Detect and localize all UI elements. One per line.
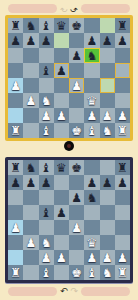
- piece-white-pawn: ♟: [25, 95, 36, 107]
- piece-white-pawn: ♟: [117, 110, 128, 122]
- square-f8[interactable]: [84, 18, 99, 33]
- piece-black-pawn: ♟: [41, 177, 52, 189]
- piece-black-queen: ♛: [56, 162, 67, 174]
- top-bar-left-pill-button[interactable]: [8, 4, 57, 13]
- piece-black-bishop: ♝: [41, 20, 52, 32]
- square-g6[interactable]: [100, 190, 115, 205]
- square-e3[interactable]: [69, 235, 84, 250]
- square-g3[interactable]: [100, 93, 115, 108]
- piece-white-pawn: ♟: [41, 252, 52, 264]
- square-e8[interactable]: ♚: [69, 160, 84, 175]
- square-h7[interactable]: ♟: [115, 33, 130, 48]
- square-g1[interactable]: ♞: [100, 123, 115, 138]
- square-d8[interactable]: ♛: [54, 160, 69, 175]
- turn-indicator[interactable]: [64, 141, 74, 151]
- piece-white-pawn: ♟: [56, 110, 67, 122]
- piece-white-king: ♚: [71, 267, 82, 279]
- square-b3[interactable]: ♟: [23, 235, 38, 250]
- piece-white-pawn: ♟: [10, 222, 21, 234]
- square-f6[interactable]: ♞: [84, 190, 99, 205]
- piece-black-knight: ♞: [25, 162, 36, 174]
- square-d5[interactable]: ♟: [54, 63, 69, 78]
- piece-black-bishop: ♝: [41, 65, 52, 77]
- piece-white-pawn: ♟: [102, 110, 113, 122]
- square-a7[interactable]: ♟: [8, 33, 23, 48]
- square-h7[interactable]: ♟: [115, 175, 130, 190]
- square-h2[interactable]: ♟: [115, 250, 130, 265]
- piece-black-pawn: ♟: [25, 35, 36, 47]
- square-h4[interactable]: [115, 220, 130, 235]
- piece-black-rook: ♜: [10, 20, 21, 32]
- top-board: ♜♞♝♛♚♜♟♟♟♟♟♟♟♞♝♟♟♟♟♞♛♟♟♟♟♟♜♝♚♝♞♜: [8, 18, 130, 138]
- bottom-board-frame: ♜♞♝♛♚♜♟♟♟♟♟♟♟♞♝♟♟♟♟♞♛♟♟♟♟♟♜♝♚♝♞♜: [5, 157, 133, 283]
- square-f4[interactable]: [84, 78, 99, 93]
- square-d4[interactable]: [54, 78, 69, 93]
- square-b6[interactable]: [23, 48, 38, 63]
- piece-black-pawn: ♟: [117, 35, 128, 47]
- square-a4[interactable]: ♟: [8, 78, 23, 93]
- piece-white-bishop: ♝: [41, 125, 52, 137]
- piece-white-knight: ♞: [41, 237, 52, 249]
- square-d2[interactable]: ♟: [54, 250, 69, 265]
- piece-black-rook: ♜: [10, 162, 21, 174]
- square-b4[interactable]: [23, 78, 38, 93]
- square-f3[interactable]: ♛: [84, 235, 99, 250]
- square-g8[interactable]: [100, 160, 115, 175]
- square-h5[interactable]: [115, 205, 130, 220]
- piece-black-pawn: ♟: [102, 35, 113, 47]
- piece-black-pawn: ♟: [25, 177, 36, 189]
- chess-app-screen: ↶ ↷ ♜♞♝♛♚♜♟♟♟♟♟♟♟♞♝♟♟♟♟♞♛♟♟♟♟♟♜♝♚♝♞♜ ♜♞♝…: [0, 0, 138, 300]
- square-a8[interactable]: ♜: [8, 18, 23, 33]
- square-d1[interactable]: [54, 123, 69, 138]
- square-c5[interactable]: ♝: [39, 63, 54, 78]
- piece-black-pawn: ♟: [71, 192, 82, 204]
- square-e5[interactable]: [69, 205, 84, 220]
- square-e7[interactable]: [69, 175, 84, 190]
- redo-icon[interactable]: ↷: [60, 4, 68, 13]
- square-a2[interactable]: [8, 250, 23, 265]
- piece-black-knight: ♞: [86, 50, 97, 62]
- piece-white-rook: ♜: [10, 125, 21, 137]
- square-h8[interactable]: ♜: [115, 18, 130, 33]
- square-d4[interactable]: [54, 220, 69, 235]
- square-c4[interactable]: [39, 78, 54, 93]
- square-a3[interactable]: [8, 93, 23, 108]
- top-board-frame: ♜♞♝♛♚♜♟♟♟♟♟♟♟♞♝♟♟♟♟♞♛♟♟♟♟♟♜♝♚♝♞♜: [5, 15, 133, 141]
- piece-white-knight: ♞: [102, 267, 113, 279]
- square-b5[interactable]: [23, 205, 38, 220]
- square-d6[interactable]: [54, 190, 69, 205]
- square-c5[interactable]: ♝: [39, 205, 54, 220]
- square-f7[interactable]: ♟: [84, 175, 99, 190]
- square-e7[interactable]: [69, 33, 84, 48]
- square-g3[interactable]: [100, 235, 115, 250]
- square-c1[interactable]: ♝: [39, 265, 54, 280]
- square-d6[interactable]: [54, 48, 69, 63]
- piece-black-rook: ♜: [117, 20, 128, 32]
- square-h4[interactable]: [115, 78, 130, 93]
- square-c2[interactable]: ♟: [39, 250, 54, 265]
- square-b8[interactable]: ♞: [23, 160, 38, 175]
- square-a2[interactable]: [8, 108, 23, 123]
- square-f3[interactable]: ♛: [84, 93, 99, 108]
- piece-white-bishop: ♝: [41, 267, 52, 279]
- piece-white-knight: ♞: [41, 95, 52, 107]
- redo-icon[interactable]: ↷: [71, 287, 79, 296]
- square-h3[interactable]: [115, 93, 130, 108]
- piece-black-pawn: ♟: [117, 177, 128, 189]
- square-g5[interactable]: [100, 63, 115, 78]
- piece-black-bishop: ♝: [41, 162, 52, 174]
- square-c8[interactable]: ♝: [39, 160, 54, 175]
- piece-white-bishop: ♝: [86, 267, 97, 279]
- piece-white-queen: ♛: [86, 237, 97, 249]
- square-b1[interactable]: [23, 123, 38, 138]
- bottom-board: ♜♞♝♛♚♜♟♟♟♟♟♟♟♞♝♟♟♟♟♞♛♟♟♟♟♟♜♝♚♝♞♜: [8, 160, 130, 280]
- square-c7[interactable]: ♟: [39, 175, 54, 190]
- square-b6[interactable]: [23, 190, 38, 205]
- square-a3[interactable]: [8, 235, 23, 250]
- piece-white-queen: ♛: [86, 95, 97, 107]
- piece-white-rook: ♜: [117, 267, 128, 279]
- square-f2[interactable]: ♟: [84, 108, 99, 123]
- square-g6[interactable]: [100, 48, 115, 63]
- square-a6[interactable]: [8, 190, 23, 205]
- piece-black-pawn: ♟: [56, 65, 67, 77]
- square-g4[interactable]: [100, 78, 115, 93]
- square-f1[interactable]: ♝: [84, 123, 99, 138]
- square-c6[interactable]: [39, 190, 54, 205]
- square-c3[interactable]: ♞: [39, 93, 54, 108]
- square-h6[interactable]: [115, 48, 130, 63]
- square-a4[interactable]: ♟: [8, 220, 23, 235]
- piece-black-pawn: ♟: [56, 207, 67, 219]
- square-e6[interactable]: ♟: [69, 190, 84, 205]
- square-g2[interactable]: ♟: [100, 250, 115, 265]
- square-g7[interactable]: ♟: [100, 33, 115, 48]
- square-e2[interactable]: [69, 250, 84, 265]
- square-b1[interactable]: [23, 265, 38, 280]
- piece-white-pawn: ♟: [71, 222, 82, 234]
- piece-black-knight: ♞: [86, 192, 97, 204]
- square-b4[interactable]: [23, 220, 38, 235]
- piece-black-rook: ♜: [117, 162, 128, 174]
- piece-black-king: ♚: [71, 20, 82, 32]
- square-e1[interactable]: ♚: [69, 123, 84, 138]
- piece-white-pawn: ♟: [102, 252, 113, 264]
- square-g2[interactable]: ♟: [100, 108, 115, 123]
- square-h2[interactable]: ♟: [115, 108, 130, 123]
- square-b2[interactable]: [23, 108, 38, 123]
- square-d7[interactable]: [54, 33, 69, 48]
- square-d2[interactable]: ♟: [54, 108, 69, 123]
- piece-white-knight: ♞: [102, 125, 113, 137]
- square-h6[interactable]: [115, 190, 130, 205]
- piece-white-bishop: ♝: [86, 125, 97, 137]
- square-a6[interactable]: [8, 48, 23, 63]
- square-e5[interactable]: [69, 63, 84, 78]
- square-f4[interactable]: [84, 220, 99, 235]
- bottom-undo-redo-group: ↶ ↷: [57, 286, 81, 297]
- square-d5[interactable]: ♟: [54, 205, 69, 220]
- piece-black-pawn: ♟: [41, 35, 52, 47]
- square-e1[interactable]: ♚: [69, 265, 84, 280]
- square-f2[interactable]: ♟: [84, 250, 99, 265]
- square-b5[interactable]: [23, 63, 38, 78]
- square-e4[interactable]: ♟: [69, 78, 84, 93]
- square-a1[interactable]: ♜: [8, 123, 23, 138]
- square-f6[interactable]: ♞: [84, 48, 99, 63]
- square-d3[interactable]: [54, 93, 69, 108]
- square-h3[interactable]: [115, 235, 130, 250]
- square-d8[interactable]: ♛: [54, 18, 69, 33]
- square-h8[interactable]: ♜: [115, 160, 130, 175]
- piece-black-pawn: ♟: [10, 35, 21, 47]
- square-h1[interactable]: ♜: [115, 123, 130, 138]
- top-bar-right-pill-button[interactable]: [81, 4, 130, 13]
- undo-icon[interactable]: ↶: [71, 4, 79, 13]
- square-c6[interactable]: [39, 48, 54, 63]
- square-a7[interactable]: ♟: [8, 175, 23, 190]
- square-a8[interactable]: ♜: [8, 160, 23, 175]
- top-undo-redo-group: ↶ ↷: [57, 3, 81, 14]
- square-g1[interactable]: ♞: [100, 265, 115, 280]
- square-a5[interactable]: [8, 205, 23, 220]
- square-c4[interactable]: [39, 220, 54, 235]
- square-f8[interactable]: [84, 160, 99, 175]
- piece-white-pawn: ♟: [86, 110, 97, 122]
- piece-black-pawn: ♟: [102, 177, 113, 189]
- piece-black-knight: ♞: [25, 20, 36, 32]
- square-h1[interactable]: ♜: [115, 265, 130, 280]
- piece-black-pawn: ♟: [10, 177, 21, 189]
- piece-white-king: ♚: [71, 125, 82, 137]
- square-h5[interactable]: [115, 63, 130, 78]
- square-f1[interactable]: ♝: [84, 265, 99, 280]
- piece-black-bishop: ♝: [41, 207, 52, 219]
- piece-white-rook: ♜: [10, 267, 21, 279]
- square-f7[interactable]: ♟: [84, 33, 99, 48]
- square-b8[interactable]: ♞: [23, 18, 38, 33]
- piece-white-pawn: ♟: [71, 80, 82, 92]
- square-e3[interactable]: [69, 93, 84, 108]
- square-d7[interactable]: [54, 175, 69, 190]
- piece-white-pawn: ♟: [10, 80, 21, 92]
- undo-icon[interactable]: ↶: [60, 287, 68, 296]
- piece-black-pawn: ♟: [86, 35, 97, 47]
- square-a1[interactable]: ♜: [8, 265, 23, 280]
- square-e8[interactable]: ♚: [69, 18, 84, 33]
- square-c2[interactable]: ♟: [39, 108, 54, 123]
- piece-white-pawn: ♟: [56, 252, 67, 264]
- square-e6[interactable]: ♟: [69, 48, 84, 63]
- square-c3[interactable]: ♞: [39, 235, 54, 250]
- square-b7[interactable]: ♟: [23, 33, 38, 48]
- square-d3[interactable]: [54, 235, 69, 250]
- bottom-bar-right-pill-button[interactable]: [81, 287, 130, 296]
- square-d1[interactable]: [54, 265, 69, 280]
- piece-white-pawn: ♟: [41, 110, 52, 122]
- piece-black-queen: ♛: [56, 20, 67, 32]
- piece-white-pawn: ♟: [86, 252, 97, 264]
- square-g8[interactable]: [100, 18, 115, 33]
- piece-white-rook: ♜: [117, 125, 128, 137]
- piece-black-pawn: ♟: [86, 177, 97, 189]
- square-f5[interactable]: [84, 205, 99, 220]
- square-b2[interactable]: [23, 250, 38, 265]
- square-g4[interactable]: [100, 220, 115, 235]
- piece-black-pawn: ♟: [71, 50, 82, 62]
- square-b7[interactable]: ♟: [23, 175, 38, 190]
- square-f5[interactable]: [84, 63, 99, 78]
- piece-white-pawn: ♟: [117, 252, 128, 264]
- square-g5[interactable]: [100, 205, 115, 220]
- bottom-bar-left-pill-button[interactable]: [8, 287, 57, 296]
- square-c7[interactable]: ♟: [39, 33, 54, 48]
- square-b3[interactable]: ♟: [23, 93, 38, 108]
- square-c1[interactable]: ♝: [39, 123, 54, 138]
- square-c8[interactable]: ♝: [39, 18, 54, 33]
- square-e4[interactable]: ♟: [69, 220, 84, 235]
- piece-black-king: ♚: [71, 162, 82, 174]
- piece-white-pawn: ♟: [25, 237, 36, 249]
- square-a5[interactable]: [8, 63, 23, 78]
- turn-indicator-dot: [67, 144, 71, 148]
- square-g7[interactable]: ♟: [100, 175, 115, 190]
- square-e2[interactable]: [69, 108, 84, 123]
